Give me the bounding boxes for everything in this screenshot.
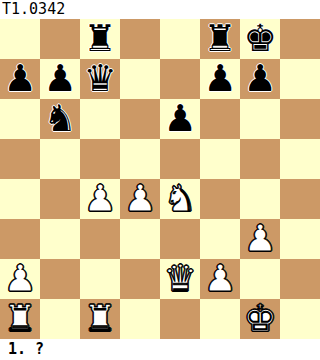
square-c5[interactable]	[80, 139, 120, 179]
piece-black-king-g8: ♚	[243, 20, 276, 57]
square-g2[interactable]	[240, 259, 280, 299]
square-a4[interactable]	[0, 179, 40, 219]
square-d2[interactable]	[120, 259, 160, 299]
square-f1[interactable]	[200, 299, 240, 339]
square-a1[interactable]: ♜	[0, 299, 40, 339]
square-b2[interactable]	[40, 259, 80, 299]
square-h2[interactable]	[280, 259, 320, 299]
square-f7[interactable]: ♟	[200, 59, 240, 99]
move-prompt: 1. ?	[0, 339, 320, 359]
piece-white-pawn-c4: ♟	[83, 180, 116, 217]
square-f8[interactable]: ♜	[200, 19, 240, 59]
square-g4[interactable]	[240, 179, 280, 219]
chess-board: ♜♜♚♟♟♛♟♟♞♟♟♟♞♟♟♛♟♜♜♚	[0, 19, 320, 339]
square-f6[interactable]	[200, 99, 240, 139]
square-e2[interactable]: ♛	[160, 259, 200, 299]
square-a3[interactable]	[0, 219, 40, 259]
square-f4[interactable]	[200, 179, 240, 219]
square-d1[interactable]	[120, 299, 160, 339]
square-e5[interactable]	[160, 139, 200, 179]
square-b6[interactable]: ♞	[40, 99, 80, 139]
square-c4[interactable]: ♟	[80, 179, 120, 219]
square-g5[interactable]	[240, 139, 280, 179]
square-b3[interactable]	[40, 219, 80, 259]
piece-white-pawn-g3: ♟	[243, 220, 276, 257]
square-h8[interactable]	[280, 19, 320, 59]
square-c2[interactable]	[80, 259, 120, 299]
piece-black-knight-b6: ♞	[43, 100, 76, 137]
square-h5[interactable]	[280, 139, 320, 179]
square-c8[interactable]: ♜	[80, 19, 120, 59]
square-c7[interactable]: ♛	[80, 59, 120, 99]
piece-black-pawn-f7: ♟	[203, 60, 236, 97]
square-c6[interactable]	[80, 99, 120, 139]
square-a6[interactable]	[0, 99, 40, 139]
square-g6[interactable]	[240, 99, 280, 139]
piece-white-queen-e2: ♛	[163, 260, 196, 297]
square-h7[interactable]	[280, 59, 320, 99]
square-b7[interactable]: ♟	[40, 59, 80, 99]
square-e1[interactable]	[160, 299, 200, 339]
square-h1[interactable]	[280, 299, 320, 339]
piece-black-pawn-e6: ♟	[163, 100, 196, 137]
piece-black-pawn-a7: ♟	[3, 60, 36, 97]
square-a7[interactable]: ♟	[0, 59, 40, 99]
square-d7[interactable]	[120, 59, 160, 99]
piece-white-pawn-f2: ♟	[203, 260, 236, 297]
square-f3[interactable]	[200, 219, 240, 259]
square-e7[interactable]	[160, 59, 200, 99]
square-b5[interactable]	[40, 139, 80, 179]
piece-black-rook-f8: ♜	[203, 20, 236, 57]
piece-white-king-g1: ♚	[243, 300, 276, 337]
puzzle-id: T1.0342	[0, 0, 320, 19]
square-h6[interactable]	[280, 99, 320, 139]
square-e6[interactable]: ♟	[160, 99, 200, 139]
piece-black-rook-c8: ♜	[83, 20, 116, 57]
square-d6[interactable]	[120, 99, 160, 139]
piece-black-queen-c7: ♛	[83, 60, 116, 97]
square-h4[interactable]	[280, 179, 320, 219]
square-g3[interactable]: ♟	[240, 219, 280, 259]
square-h3[interactable]	[280, 219, 320, 259]
square-g8[interactable]: ♚	[240, 19, 280, 59]
square-e8[interactable]	[160, 19, 200, 59]
square-f2[interactable]: ♟	[200, 259, 240, 299]
square-b1[interactable]	[40, 299, 80, 339]
square-e3[interactable]	[160, 219, 200, 259]
square-f5[interactable]	[200, 139, 240, 179]
square-g1[interactable]: ♚	[240, 299, 280, 339]
square-b4[interactable]	[40, 179, 80, 219]
square-a2[interactable]: ♟	[0, 259, 40, 299]
square-g7[interactable]: ♟	[240, 59, 280, 99]
square-c3[interactable]	[80, 219, 120, 259]
piece-white-rook-a1: ♜	[3, 300, 36, 337]
piece-white-knight-e4: ♞	[163, 180, 196, 217]
square-a8[interactable]	[0, 19, 40, 59]
square-d4[interactable]: ♟	[120, 179, 160, 219]
square-c1[interactable]: ♜	[80, 299, 120, 339]
piece-white-pawn-d4: ♟	[123, 180, 156, 217]
piece-white-pawn-a2: ♟	[3, 260, 36, 297]
square-e4[interactable]: ♞	[160, 179, 200, 219]
piece-black-pawn-g7: ♟	[243, 60, 276, 97]
square-d8[interactable]	[120, 19, 160, 59]
square-a5[interactable]	[0, 139, 40, 179]
piece-black-pawn-b7: ♟	[43, 60, 76, 97]
piece-white-rook-c1: ♜	[83, 300, 116, 337]
square-b8[interactable]	[40, 19, 80, 59]
square-d3[interactable]	[120, 219, 160, 259]
square-d5[interactable]	[120, 139, 160, 179]
